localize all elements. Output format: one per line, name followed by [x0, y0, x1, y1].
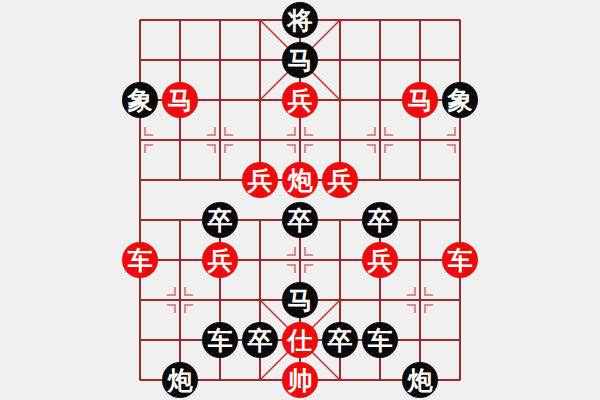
piece-black-soldier[interactable]: 卒	[362, 202, 398, 238]
piece-black-chariot[interactable]: 车	[362, 322, 398, 358]
piece-red-horse[interactable]: 马	[402, 82, 438, 118]
xiangqi-board[interactable]: 将马象马兵马象兵炮兵卒卒卒车兵兵车马车卒仕卒车炮帅炮	[0, 0, 600, 400]
piece-red-chariot[interactable]: 车	[122, 242, 158, 278]
piece-black-elephant[interactable]: 象	[442, 82, 478, 118]
piece-black-soldier[interactable]: 卒	[282, 202, 318, 238]
piece-black-soldier[interactable]: 卒	[202, 202, 238, 238]
piece-black-soldier[interactable]: 卒	[322, 322, 358, 358]
piece-red-soldier[interactable]: 兵	[202, 242, 238, 278]
piece-black-elephant[interactable]: 象	[122, 82, 158, 118]
piece-red-horse[interactable]: 马	[162, 82, 198, 118]
piece-red-soldier[interactable]: 兵	[362, 242, 398, 278]
piece-black-cannon[interactable]: 炮	[162, 362, 198, 398]
piece-red-advisor[interactable]: 仕	[282, 322, 318, 358]
piece-red-general[interactable]: 帅	[282, 362, 318, 398]
piece-red-cannon[interactable]: 炮	[282, 162, 318, 198]
piece-black-general[interactable]: 将	[282, 2, 318, 38]
piece-black-chariot[interactable]: 车	[202, 322, 238, 358]
piece-red-soldier[interactable]: 兵	[282, 82, 318, 118]
piece-black-horse[interactable]: 马	[282, 282, 318, 318]
pieces-layer: 将马象马兵马象兵炮兵卒卒卒车兵兵车马车卒仕卒车炮帅炮	[0, 0, 600, 400]
piece-red-soldier[interactable]: 兵	[322, 162, 358, 198]
piece-black-horse[interactable]: 马	[282, 42, 318, 78]
piece-black-soldier[interactable]: 卒	[242, 322, 278, 358]
piece-red-chariot[interactable]: 车	[442, 242, 478, 278]
piece-black-cannon[interactable]: 炮	[402, 362, 438, 398]
piece-red-soldier[interactable]: 兵	[242, 162, 278, 198]
